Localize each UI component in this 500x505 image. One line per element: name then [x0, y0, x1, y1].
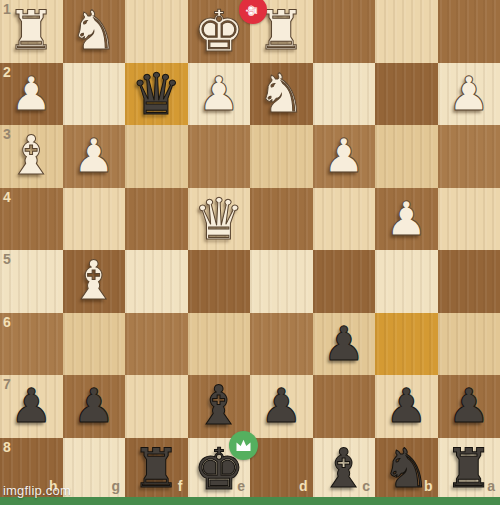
chess-board: 1♜♞♚♜2♟♛♟♞♟3♝♟♟4♛♟5♝6♟7♟♟♝♟♟♟8hgf♜e♚dc♝b…: [0, 0, 500, 500]
square-e3[interactable]: [188, 125, 251, 188]
rank-label-5: 5: [3, 251, 11, 267]
black-queen-f2[interactable]: ♛: [125, 63, 188, 126]
white-queen-e4[interactable]: ♛: [188, 188, 251, 251]
white-bishop-g5[interactable]: ♝: [63, 250, 126, 313]
square-c8[interactable]: c♝: [313, 438, 376, 501]
square-g3[interactable]: ♟: [63, 125, 126, 188]
square-h4[interactable]: 4: [0, 188, 63, 251]
square-d3[interactable]: [250, 125, 313, 188]
square-h3[interactable]: 3♝: [0, 125, 63, 188]
square-c2[interactable]: [313, 63, 376, 126]
square-c6[interactable]: ♟: [313, 313, 376, 376]
square-b7[interactable]: ♟: [375, 375, 438, 438]
rank-label-4: 4: [3, 189, 11, 205]
square-b4[interactable]: ♟: [375, 188, 438, 251]
black-pawn-g7[interactable]: ♟: [63, 375, 126, 438]
white-pawn-a2[interactable]: ♟: [438, 63, 500, 126]
white-rook-h1[interactable]: ♜: [0, 0, 63, 63]
square-b3[interactable]: [375, 125, 438, 188]
chess-app-screenshot: 1♜♞♚♜2♟♛♟♞♟3♝♟♟4♛♟5♝6♟7♟♟♝♟♟♟8hgf♜e♚dc♝b…: [0, 0, 500, 505]
square-a1[interactable]: [438, 0, 500, 63]
square-a7[interactable]: ♟: [438, 375, 500, 438]
fallen-king-icon: ♚: [245, 3, 260, 16]
black-rook-a8[interactable]: ♜: [438, 438, 500, 501]
black-pawn-d7[interactable]: ♟: [250, 375, 313, 438]
square-d2[interactable]: ♞: [250, 63, 313, 126]
white-knight-g1[interactable]: ♞: [63, 0, 126, 63]
black-pawn-a7[interactable]: ♟: [438, 375, 500, 438]
square-b2[interactable]: [375, 63, 438, 126]
square-c7[interactable]: [313, 375, 376, 438]
white-knight-d2[interactable]: ♞: [250, 63, 313, 126]
square-f5[interactable]: [125, 250, 188, 313]
black-pawn-b7[interactable]: ♟: [375, 375, 438, 438]
square-g2[interactable]: [63, 63, 126, 126]
square-h1[interactable]: 1♜: [0, 0, 63, 63]
black-bishop-e7[interactable]: ♝: [188, 375, 251, 438]
square-d8[interactable]: d: [250, 438, 313, 501]
bottom-bar: [0, 497, 500, 505]
white-pawn-e2[interactable]: ♟: [188, 63, 251, 126]
crown-icon: [235, 439, 252, 453]
square-a2[interactable]: ♟: [438, 63, 500, 126]
file-label-d: d: [299, 478, 308, 494]
square-a6[interactable]: [438, 313, 500, 376]
rank-label-8: 8: [3, 439, 11, 455]
white-pawn-g3[interactable]: ♟: [63, 125, 126, 188]
square-f6[interactable]: [125, 313, 188, 376]
square-g6[interactable]: [63, 313, 126, 376]
black-winner-badge: [229, 431, 258, 460]
square-f4[interactable]: [125, 188, 188, 251]
square-f8[interactable]: f♜: [125, 438, 188, 501]
square-d5[interactable]: [250, 250, 313, 313]
watermark: imgflip.com: [3, 483, 71, 498]
white-pawn-b4[interactable]: ♟: [375, 188, 438, 251]
square-e2[interactable]: ♟: [188, 63, 251, 126]
square-a3[interactable]: [438, 125, 500, 188]
square-h7[interactable]: 7♟: [0, 375, 63, 438]
black-rook-f8[interactable]: ♜: [125, 438, 188, 501]
black-knight-b8[interactable]: ♞: [375, 438, 438, 501]
square-h2[interactable]: 2♟: [0, 63, 63, 126]
square-e5[interactable]: [188, 250, 251, 313]
black-bishop-c8[interactable]: ♝: [313, 438, 376, 501]
square-f7[interactable]: [125, 375, 188, 438]
square-a4[interactable]: [438, 188, 500, 251]
square-d6[interactable]: [250, 313, 313, 376]
square-g5[interactable]: ♝: [63, 250, 126, 313]
file-label-g: g: [111, 478, 120, 494]
square-c5[interactable]: [313, 250, 376, 313]
square-a8[interactable]: a♜: [438, 438, 500, 501]
square-b8[interactable]: b♞: [375, 438, 438, 501]
square-b5[interactable]: [375, 250, 438, 313]
square-h5[interactable]: 5: [0, 250, 63, 313]
square-c1[interactable]: [313, 0, 376, 63]
square-b6[interactable]: [375, 313, 438, 376]
square-f3[interactable]: [125, 125, 188, 188]
square-e7[interactable]: ♝: [188, 375, 251, 438]
square-e6[interactable]: [188, 313, 251, 376]
square-g7[interactable]: ♟: [63, 375, 126, 438]
black-pawn-h7[interactable]: ♟: [0, 375, 63, 438]
black-pawn-c6[interactable]: ♟: [313, 313, 376, 376]
white-pawn-c3[interactable]: ♟: [313, 125, 376, 188]
square-e4[interactable]: ♛: [188, 188, 251, 251]
square-c3[interactable]: ♟: [313, 125, 376, 188]
square-a5[interactable]: [438, 250, 500, 313]
square-g1[interactable]: ♞: [63, 0, 126, 63]
white-bishop-h3[interactable]: ♝: [0, 125, 63, 188]
rank-label-6: 6: [3, 314, 11, 330]
square-b1[interactable]: [375, 0, 438, 63]
square-g4[interactable]: [63, 188, 126, 251]
square-d7[interactable]: ♟: [250, 375, 313, 438]
white-pawn-h2[interactable]: ♟: [0, 63, 63, 126]
square-g8[interactable]: g: [63, 438, 126, 501]
square-h6[interactable]: 6: [0, 313, 63, 376]
square-f1[interactable]: [125, 0, 188, 63]
square-c4[interactable]: [313, 188, 376, 251]
square-d4[interactable]: [250, 188, 313, 251]
square-f2[interactable]: ♛: [125, 63, 188, 126]
